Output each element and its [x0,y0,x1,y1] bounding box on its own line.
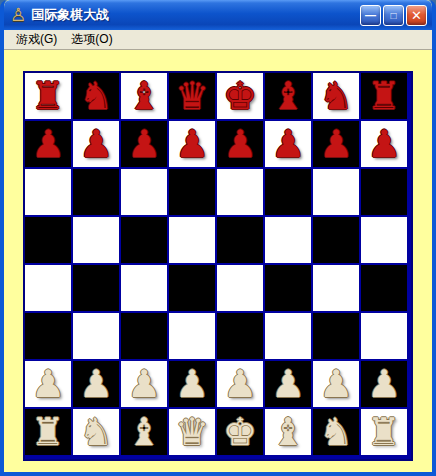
red-knight: ♞ [319,73,353,119]
square-d2[interactable]: ♟ [169,361,215,407]
white-knight: ♞ [79,409,113,455]
square-f3[interactable] [265,313,311,359]
white-pawn: ♟ [223,361,257,407]
square-h5[interactable] [361,217,407,263]
red-pawn: ♟ [31,121,65,167]
square-a1[interactable]: ♜ [25,409,71,455]
square-g2[interactable]: ♟ [313,361,359,407]
app-chess-pawn-icon: ♙ [10,6,26,24]
square-c1[interactable]: ♝ [121,409,167,455]
menu-item-game[interactable]: 游戏(G) [10,29,65,50]
red-bishop: ♝ [271,73,305,119]
square-c5[interactable] [121,217,167,263]
square-e5[interactable] [217,217,263,263]
title-bar[interactable]: ♙ 国际象棋大战 — □ ✕ [4,0,432,30]
square-b6[interactable] [73,169,119,215]
square-d4[interactable] [169,265,215,311]
square-c7[interactable]: ♟ [121,121,167,167]
square-f2[interactable]: ♟ [265,361,311,407]
minimize-icon: — [365,9,376,21]
close-icon: ✕ [411,8,422,23]
square-e3[interactable] [217,313,263,359]
chess-board: ♜♞♝♛♚♝♞♜♟♟♟♟♟♟♟♟♟♟♟♟♟♟♟♟♜♞♝♛♚♝♞♜ [23,71,413,461]
square-e1[interactable]: ♚ [217,409,263,455]
square-b3[interactable] [73,313,119,359]
close-button[interactable]: ✕ [406,5,427,26]
white-pawn: ♟ [319,361,353,407]
white-pawn: ♟ [79,361,113,407]
square-b1[interactable]: ♞ [73,409,119,455]
white-bishop: ♝ [271,409,305,455]
square-g8[interactable]: ♞ [313,73,359,119]
red-pawn: ♟ [127,121,161,167]
white-rook: ♜ [31,409,65,455]
square-f6[interactable] [265,169,311,215]
square-b5[interactable] [73,217,119,263]
client-area: ♜♞♝♛♚♝♞♜♟♟♟♟♟♟♟♟♟♟♟♟♟♟♟♟♜♞♝♛♚♝♞♜ [4,50,432,471]
red-pawn: ♟ [79,121,113,167]
menu-item-options[interactable]: 选项(O) [65,29,120,50]
square-d7[interactable]: ♟ [169,121,215,167]
square-d5[interactable] [169,217,215,263]
square-h8[interactable]: ♜ [361,73,407,119]
white-pawn: ♟ [175,361,209,407]
square-a2[interactable]: ♟ [25,361,71,407]
square-d3[interactable] [169,313,215,359]
square-a6[interactable] [25,169,71,215]
white-pawn: ♟ [31,361,65,407]
menu-bar: 游戏(G) 选项(O) [4,30,432,50]
red-pawn: ♟ [319,121,353,167]
red-bishop: ♝ [127,73,161,119]
square-f8[interactable]: ♝ [265,73,311,119]
white-pawn: ♟ [127,361,161,407]
square-h7[interactable]: ♟ [361,121,407,167]
square-c8[interactable]: ♝ [121,73,167,119]
red-king: ♚ [223,73,257,119]
square-a3[interactable] [25,313,71,359]
square-e7[interactable]: ♟ [217,121,263,167]
square-e4[interactable] [217,265,263,311]
square-f5[interactable] [265,217,311,263]
square-d6[interactable] [169,169,215,215]
square-g7[interactable]: ♟ [313,121,359,167]
app-window: ♙ 国际象棋大战 — □ ✕ 游戏(G) 选项(O) ♜♞♝♛♚♝♞♜♟♟♟♟♟… [0,0,436,476]
square-c4[interactable] [121,265,167,311]
red-knight: ♞ [79,73,113,119]
square-h4[interactable] [361,265,407,311]
square-e6[interactable] [217,169,263,215]
square-a4[interactable] [25,265,71,311]
square-g3[interactable] [313,313,359,359]
square-b4[interactable] [73,265,119,311]
white-queen: ♛ [175,409,209,455]
red-rook: ♜ [31,73,65,119]
white-knight: ♞ [319,409,353,455]
square-b2[interactable]: ♟ [73,361,119,407]
red-pawn: ♟ [271,121,305,167]
square-g5[interactable] [313,217,359,263]
red-pawn: ♟ [175,121,209,167]
white-pawn: ♟ [271,361,305,407]
red-rook: ♜ [367,73,401,119]
square-b7[interactable]: ♟ [73,121,119,167]
square-f7[interactable]: ♟ [265,121,311,167]
red-pawn: ♟ [367,121,401,167]
red-queen: ♛ [175,73,209,119]
white-bishop: ♝ [127,409,161,455]
square-a5[interactable] [25,217,71,263]
square-f4[interactable] [265,265,311,311]
square-b8[interactable]: ♞ [73,73,119,119]
square-f1[interactable]: ♝ [265,409,311,455]
square-g1[interactable]: ♞ [313,409,359,455]
square-d8[interactable]: ♛ [169,73,215,119]
minimize-button[interactable]: — [360,5,381,26]
square-c3[interactable] [121,313,167,359]
square-h3[interactable] [361,313,407,359]
square-a8[interactable]: ♜ [25,73,71,119]
square-e2[interactable]: ♟ [217,361,263,407]
square-g6[interactable] [313,169,359,215]
maximize-button[interactable]: □ [383,5,404,26]
white-rook: ♜ [367,409,401,455]
square-a7[interactable]: ♟ [25,121,71,167]
square-c6[interactable] [121,169,167,215]
square-g4[interactable] [313,265,359,311]
window-title: 国际象棋大战 [31,6,360,24]
maximize-icon: □ [390,10,396,21]
square-h2[interactable]: ♟ [361,361,407,407]
white-king: ♚ [223,409,257,455]
square-h1[interactable]: ♜ [361,409,407,455]
square-h6[interactable] [361,169,407,215]
square-d1[interactable]: ♛ [169,409,215,455]
white-pawn: ♟ [367,361,401,407]
square-c2[interactable]: ♟ [121,361,167,407]
red-pawn: ♟ [223,121,257,167]
square-e8[interactable]: ♚ [217,73,263,119]
